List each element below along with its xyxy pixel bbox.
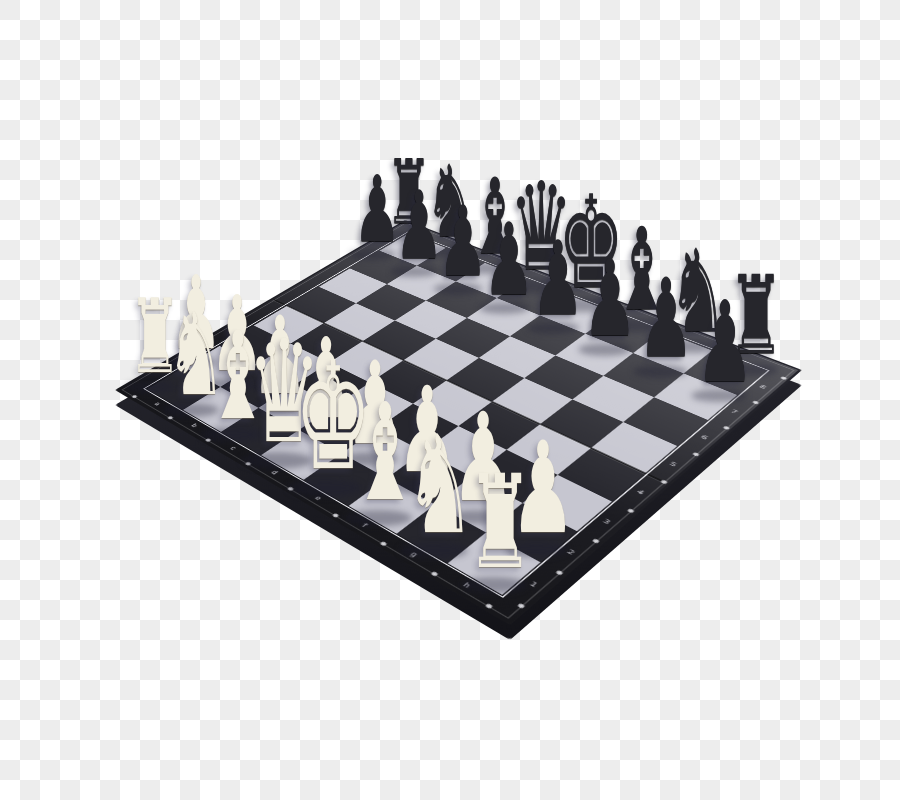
rivet-dot [485, 603, 494, 609]
transparency-checker-background: abcdefgh 12345678 ♜♞♟♝♟♛♟♚♟♝♟♞♟♟♜♟♟♜♟♟♞♟… [0, 0, 900, 800]
board-squares [147, 234, 765, 595]
chess-board: abcdefgh 12345678 [115, 220, 802, 625]
